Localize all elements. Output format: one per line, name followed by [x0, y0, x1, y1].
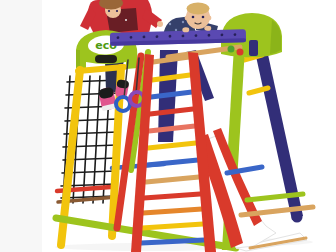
panel-bracket — [249, 40, 258, 56]
toddler-hair — [187, 3, 210, 15]
product-photo: eco — [0, 0, 336, 252]
bead — [237, 49, 244, 56]
bead — [228, 46, 235, 53]
handle-slot — [95, 55, 117, 63]
child-hand — [157, 21, 163, 27]
climbing-gym-illustration: eco — [0, 0, 336, 252]
